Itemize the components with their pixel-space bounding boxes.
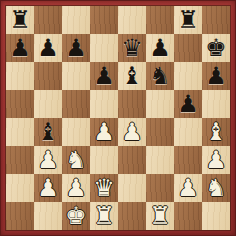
- square-d4[interactable]: ♟: [90, 118, 118, 146]
- square-a8[interactable]: ♜: [6, 6, 34, 34]
- square-f4[interactable]: [146, 118, 174, 146]
- square-d1[interactable]: ♜: [90, 202, 118, 230]
- white-knight[interactable]: ♞: [202, 174, 230, 202]
- square-e7[interactable]: ♛: [118, 34, 146, 62]
- black-pawn[interactable]: ♟: [34, 34, 62, 62]
- black-rook[interactable]: ♜: [174, 6, 202, 34]
- white-pawn[interactable]: ♟: [174, 174, 202, 202]
- white-king[interactable]: ♚: [62, 202, 90, 230]
- square-f5[interactable]: [146, 90, 174, 118]
- white-pawn[interactable]: ♟: [34, 174, 62, 202]
- white-pawn[interactable]: ♟: [90, 118, 118, 146]
- square-b3[interactable]: ♟: [34, 146, 62, 174]
- square-c2[interactable]: ♟: [62, 174, 90, 202]
- square-b5[interactable]: [34, 90, 62, 118]
- black-king[interactable]: ♚: [202, 34, 230, 62]
- square-a7[interactable]: ♟: [6, 34, 34, 62]
- white-rook[interactable]: ♜: [90, 202, 118, 230]
- square-a6[interactable]: [6, 62, 34, 90]
- white-pawn[interactable]: ♟: [202, 146, 230, 174]
- square-c7[interactable]: ♟: [62, 34, 90, 62]
- square-h6[interactable]: ♟: [202, 62, 230, 90]
- square-e1[interactable]: [118, 202, 146, 230]
- black-pawn[interactable]: ♟: [62, 34, 90, 62]
- black-pawn[interactable]: ♟: [90, 62, 118, 90]
- black-bishop[interactable]: ♝: [118, 62, 146, 90]
- square-c3[interactable]: ♞: [62, 146, 90, 174]
- square-e6[interactable]: ♝: [118, 62, 146, 90]
- black-pawn[interactable]: ♟: [174, 90, 202, 118]
- square-c1[interactable]: ♚: [62, 202, 90, 230]
- square-f2[interactable]: [146, 174, 174, 202]
- square-d3[interactable]: [90, 146, 118, 174]
- square-a2[interactable]: [6, 174, 34, 202]
- square-f1[interactable]: ♜: [146, 202, 174, 230]
- square-e8[interactable]: [118, 6, 146, 34]
- square-f3[interactable]: [146, 146, 174, 174]
- square-a4[interactable]: [6, 118, 34, 146]
- square-d2[interactable]: ♛: [90, 174, 118, 202]
- square-f8[interactable]: [146, 6, 174, 34]
- black-knight[interactable]: ♞: [146, 62, 174, 90]
- square-f6[interactable]: ♞: [146, 62, 174, 90]
- black-pawn[interactable]: ♟: [146, 34, 174, 62]
- black-pawn[interactable]: ♟: [6, 34, 34, 62]
- square-c5[interactable]: [62, 90, 90, 118]
- square-b2[interactable]: ♟: [34, 174, 62, 202]
- square-h8[interactable]: [202, 6, 230, 34]
- white-pawn[interactable]: ♟: [118, 118, 146, 146]
- square-b8[interactable]: [34, 6, 62, 34]
- square-g6[interactable]: [174, 62, 202, 90]
- white-pawn[interactable]: ♟: [62, 174, 90, 202]
- black-queen[interactable]: ♛: [118, 34, 146, 62]
- square-d5[interactable]: [90, 90, 118, 118]
- square-e4[interactable]: ♟: [118, 118, 146, 146]
- white-rook[interactable]: ♜: [146, 202, 174, 230]
- square-g1[interactable]: [174, 202, 202, 230]
- square-c6[interactable]: [62, 62, 90, 90]
- square-e5[interactable]: [118, 90, 146, 118]
- black-bishop[interactable]: ♝: [34, 118, 62, 146]
- square-a5[interactable]: [6, 90, 34, 118]
- square-b7[interactable]: ♟: [34, 34, 62, 62]
- square-c4[interactable]: [62, 118, 90, 146]
- chessboard-screenshot: ♜♜♟♟♟♛♟♚♟♝♞♟♟♝♟♟♝♟♞♟♟♟♛♟♞♚♜♜: [0, 0, 236, 236]
- square-b1[interactable]: [34, 202, 62, 230]
- square-h5[interactable]: [202, 90, 230, 118]
- square-g4[interactable]: [174, 118, 202, 146]
- black-pawn[interactable]: ♟: [202, 62, 230, 90]
- square-h3[interactable]: ♟: [202, 146, 230, 174]
- square-e2[interactable]: [118, 174, 146, 202]
- square-d7[interactable]: [90, 34, 118, 62]
- square-b6[interactable]: [34, 62, 62, 90]
- chess-board[interactable]: ♜♜♟♟♟♛♟♚♟♝♞♟♟♝♟♟♝♟♞♟♟♟♛♟♞♚♜♜: [6, 6, 230, 230]
- white-pawn[interactable]: ♟: [34, 146, 62, 174]
- white-knight[interactable]: ♞: [62, 146, 90, 174]
- square-c8[interactable]: [62, 6, 90, 34]
- white-queen[interactable]: ♛: [90, 174, 118, 202]
- square-g7[interactable]: [174, 34, 202, 62]
- square-g3[interactable]: [174, 146, 202, 174]
- black-rook[interactable]: ♜: [6, 6, 34, 34]
- square-e3[interactable]: [118, 146, 146, 174]
- square-f7[interactable]: ♟: [146, 34, 174, 62]
- square-g8[interactable]: ♜: [174, 6, 202, 34]
- square-d8[interactable]: [90, 6, 118, 34]
- square-h7[interactable]: ♚: [202, 34, 230, 62]
- square-h2[interactable]: ♞: [202, 174, 230, 202]
- white-bishop[interactable]: ♝: [202, 118, 230, 146]
- square-g5[interactable]: ♟: [174, 90, 202, 118]
- square-b4[interactable]: ♝: [34, 118, 62, 146]
- square-g2[interactable]: ♟: [174, 174, 202, 202]
- square-h1[interactable]: [202, 202, 230, 230]
- square-h4[interactable]: ♝: [202, 118, 230, 146]
- square-d6[interactable]: ♟: [90, 62, 118, 90]
- square-a1[interactable]: [6, 202, 34, 230]
- square-a3[interactable]: [6, 146, 34, 174]
